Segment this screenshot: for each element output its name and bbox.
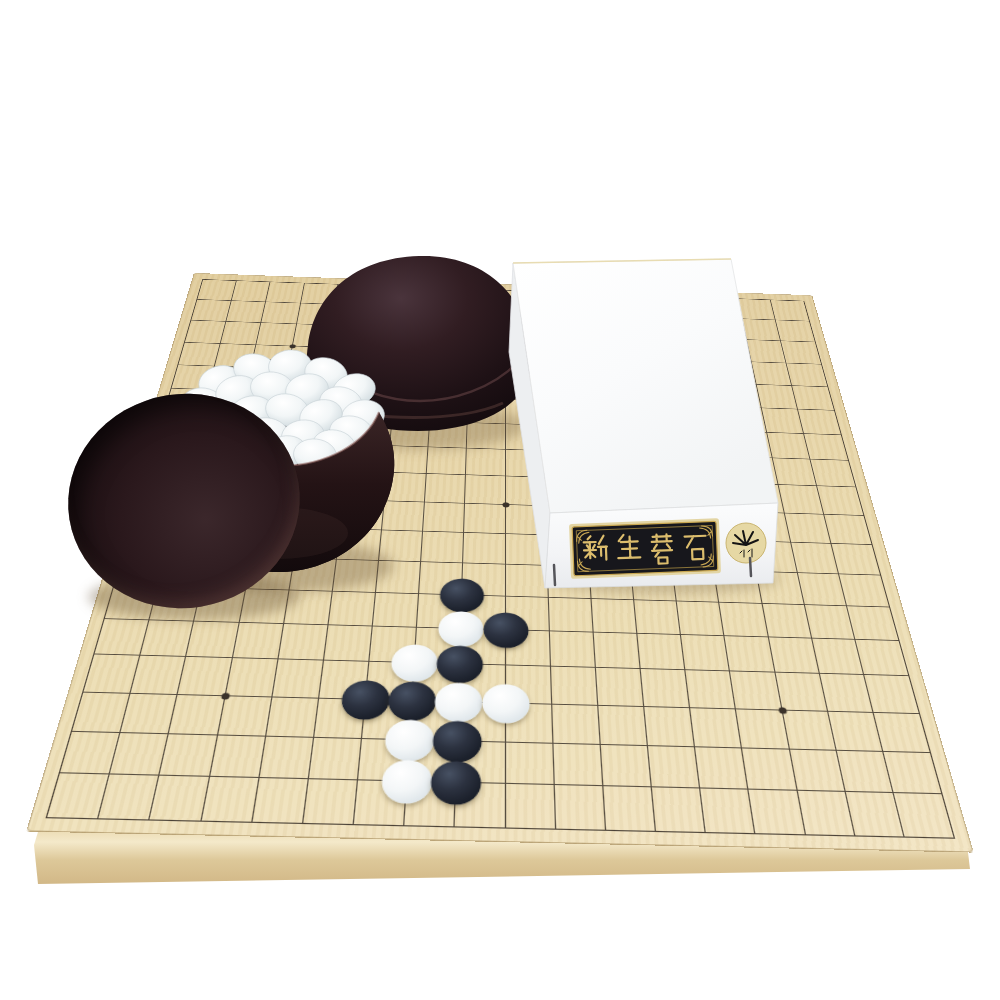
grid-cell[interactable] — [328, 592, 376, 627]
grid-cell[interactable] — [131, 656, 187, 695]
grid-cell[interactable] — [169, 695, 225, 736]
grid-cell[interactable] — [272, 660, 324, 699]
stamp-character: 竹 — [742, 552, 750, 561]
grid-cell[interactable] — [786, 363, 827, 387]
grid-cell[interactable] — [736, 709, 789, 749]
grid-cell[interactable] — [465, 475, 505, 504]
grid-cell[interactable] — [257, 323, 297, 346]
grid-cell[interactable] — [652, 787, 706, 832]
grid-cell[interactable] — [226, 301, 266, 323]
grid-cell[interactable] — [232, 623, 283, 660]
grid-cell[interactable] — [218, 696, 273, 737]
grid-cell[interactable] — [178, 657, 232, 696]
grid-cell[interactable] — [197, 280, 237, 301]
grid-cell[interactable] — [695, 747, 749, 790]
grid-cell[interactable] — [594, 633, 641, 670]
grid-cell[interactable] — [634, 600, 681, 635]
grid-cell[interactable] — [603, 786, 656, 831]
grid-cell[interactable] — [464, 503, 505, 533]
grid-cell[interactable] — [425, 474, 466, 503]
box-top-face — [513, 259, 778, 513]
go-set-product-photo: ●○●○●●●○○○●○● — [0, 0, 1000, 1000]
grid-cell[interactable] — [855, 640, 908, 677]
grid-cell[interactable] — [150, 775, 210, 820]
grid-cell[interactable] — [423, 502, 465, 532]
grid-cell[interactable] — [266, 697, 319, 738]
grid-cell[interactable] — [259, 736, 314, 779]
grid-cell[interactable] — [185, 321, 226, 344]
grid-cell[interactable] — [596, 668, 645, 706]
grid-cell[interactable] — [210, 735, 266, 778]
grid-cell[interactable] — [548, 598, 593, 633]
grid-cell[interactable] — [221, 322, 262, 345]
bamboo-stamp: 竹 — [726, 523, 766, 563]
grid-cell[interactable] — [792, 386, 834, 411]
grid-cell[interactable] — [720, 603, 769, 638]
grid-cell[interactable] — [160, 734, 218, 777]
grid-cell[interactable] — [804, 434, 848, 461]
grid-cell[interactable] — [648, 746, 700, 789]
grid-cell[interactable] — [553, 743, 603, 786]
grid-cell[interactable] — [324, 625, 373, 662]
black-stone[interactable]: ● — [483, 612, 529, 649]
grid-cell[interactable] — [601, 745, 652, 788]
grid-cell[interactable] — [686, 670, 737, 708]
grid-cell[interactable] — [831, 544, 880, 576]
grid-cell[interactable] — [591, 599, 637, 634]
white-stone[interactable]: ○ — [481, 683, 529, 723]
grid-cell[interactable] — [466, 449, 505, 477]
grid-cell[interactable] — [309, 737, 362, 780]
stone-box: 新生碁石 竹 — [503, 252, 787, 596]
grid-cell[interactable] — [893, 793, 953, 838]
grid-cell[interactable] — [730, 672, 782, 710]
grid-cell[interactable] — [421, 531, 464, 563]
grid-cell[interactable] — [373, 593, 419, 628]
grid-cell[interactable] — [798, 409, 841, 435]
grid-cell[interactable] — [873, 712, 929, 752]
box-label-text: 新生碁石 — [605, 549, 686, 576]
grid-cell[interactable] — [427, 447, 467, 475]
grid-cell[interactable] — [140, 620, 194, 657]
grid-cell[interactable] — [303, 779, 358, 824]
grid-cell[interactable] — [637, 634, 685, 671]
grid-cell[interactable] — [506, 784, 556, 829]
grid-cell[interactable] — [817, 486, 863, 515]
grid-cell[interactable] — [463, 533, 505, 565]
grid-cell[interactable] — [742, 748, 797, 791]
grid-cell[interactable] — [191, 300, 232, 322]
grid-cell[interactable] — [839, 574, 889, 607]
grid-cell[interactable] — [725, 636, 775, 673]
grid-cell[interactable] — [201, 777, 259, 822]
grid-cell[interactable] — [847, 606, 899, 641]
grid-cell[interactable] — [681, 635, 730, 672]
grid-cell[interactable] — [225, 658, 278, 697]
grid-cell[interactable] — [864, 675, 919, 713]
grid-cell[interactable] — [677, 601, 725, 636]
grid-cell[interactable] — [552, 704, 601, 744]
grid-cell[interactable] — [644, 707, 695, 747]
grid-cell[interactable] — [641, 669, 691, 707]
grid-cell[interactable] — [186, 622, 239, 659]
grid-cell[interactable] — [506, 742, 555, 785]
grid-cell[interactable] — [554, 785, 606, 830]
grid-cell[interactable] — [749, 789, 806, 834]
grid-cell[interactable] — [550, 631, 596, 668]
grid-cell[interactable] — [810, 460, 855, 488]
grid-cell[interactable] — [252, 778, 309, 823]
grid-cell[interactable] — [232, 281, 271, 302]
box-label: 新生碁石 — [569, 518, 721, 579]
grid-cell[interactable] — [824, 514, 872, 544]
grid-cell[interactable] — [598, 705, 648, 745]
grid-cell[interactable] — [261, 302, 300, 324]
grid-cell[interactable] — [690, 708, 742, 748]
grid-cell[interactable] — [551, 667, 598, 705]
grid-cell[interactable] — [883, 752, 941, 794]
grid-cell[interactable] — [278, 624, 328, 661]
grid-cell[interactable] — [700, 788, 755, 833]
star-point — [777, 707, 786, 714]
